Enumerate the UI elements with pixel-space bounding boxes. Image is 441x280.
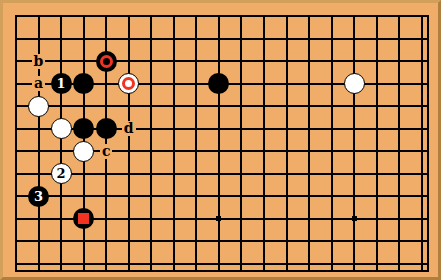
board-intersection xyxy=(411,50,434,73)
board-intersection xyxy=(5,208,28,231)
board-intersection xyxy=(140,163,163,186)
board-intersection xyxy=(343,140,366,163)
board-intersection: 3 xyxy=(27,185,50,208)
board-intersection xyxy=(343,208,366,231)
board-intersection xyxy=(163,50,186,73)
board-intersection xyxy=(163,5,186,28)
board-intersection: 1 xyxy=(50,72,73,95)
board-intersection xyxy=(208,208,231,231)
board-intersection xyxy=(411,72,434,95)
board-intersection xyxy=(140,27,163,50)
board-intersection xyxy=(163,27,186,50)
board-intersection xyxy=(230,72,253,95)
black-stone: 3 xyxy=(28,186,49,207)
board-intersection xyxy=(298,117,321,140)
board-intersection xyxy=(208,253,231,276)
board-intersection xyxy=(5,95,28,118)
board-intersection xyxy=(275,27,298,50)
board-intersection xyxy=(343,117,366,140)
board-intersection xyxy=(275,163,298,186)
board-intersection xyxy=(388,5,411,28)
board-intersection xyxy=(72,163,95,186)
board-intersection xyxy=(72,117,95,140)
board-intersection xyxy=(388,185,411,208)
board-intersection xyxy=(50,185,73,208)
board-intersection xyxy=(185,72,208,95)
board-intersection xyxy=(5,230,28,253)
board-intersection xyxy=(230,117,253,140)
board-intersection: c xyxy=(95,140,118,163)
board-intersection xyxy=(365,140,388,163)
board-intersection xyxy=(320,185,343,208)
board-intersection xyxy=(208,140,231,163)
board-intersection xyxy=(388,95,411,118)
board-intersection xyxy=(230,208,253,231)
board-intersection xyxy=(50,230,73,253)
board-intersection xyxy=(320,253,343,276)
board-intersection xyxy=(275,140,298,163)
board-intersection xyxy=(208,117,231,140)
board-intersection xyxy=(320,140,343,163)
board-intersection xyxy=(388,253,411,276)
board-intersection xyxy=(27,117,50,140)
black-stone xyxy=(96,118,117,139)
board-intersection xyxy=(185,95,208,118)
board-intersection xyxy=(365,163,388,186)
black-stone xyxy=(73,73,94,94)
board-intersection xyxy=(185,163,208,186)
board-intersection xyxy=(388,140,411,163)
go-diagram: ba1dc23 xyxy=(0,0,441,280)
board-intersection xyxy=(343,95,366,118)
board-intersection xyxy=(95,163,118,186)
board-intersection xyxy=(50,50,73,73)
board-intersection xyxy=(320,72,343,95)
board-intersection xyxy=(275,50,298,73)
board-intersection xyxy=(411,140,434,163)
board-intersection xyxy=(140,230,163,253)
board-intersection xyxy=(320,163,343,186)
board-intersection xyxy=(411,95,434,118)
board-intersection xyxy=(343,163,366,186)
board-intersection xyxy=(411,5,434,28)
board-intersection xyxy=(320,95,343,118)
board-intersection xyxy=(95,230,118,253)
board-intersection xyxy=(140,117,163,140)
board-intersection xyxy=(95,117,118,140)
board-intersection xyxy=(72,208,95,231)
board-intersection xyxy=(230,27,253,50)
board-intersection xyxy=(27,27,50,50)
board-intersection xyxy=(298,95,321,118)
board-intersection xyxy=(50,117,73,140)
board-intersection xyxy=(343,72,366,95)
board-intersection xyxy=(253,117,276,140)
board-intersection xyxy=(95,253,118,276)
board-intersection xyxy=(298,230,321,253)
board-intersection xyxy=(275,117,298,140)
board-intersection xyxy=(230,253,253,276)
white-stone xyxy=(73,141,94,162)
board-intersection xyxy=(5,163,28,186)
board-intersection xyxy=(117,140,140,163)
board-intersection xyxy=(230,95,253,118)
board-intersection xyxy=(320,230,343,253)
board-intersection xyxy=(298,185,321,208)
board-intersection xyxy=(163,95,186,118)
board-intersection xyxy=(27,208,50,231)
board-intersection xyxy=(253,95,276,118)
board-intersection xyxy=(253,27,276,50)
white-stone xyxy=(344,73,365,94)
board-intersection xyxy=(117,95,140,118)
board-intersection xyxy=(388,72,411,95)
board-intersection xyxy=(163,253,186,276)
board-intersection xyxy=(140,185,163,208)
black-stone: 1 xyxy=(51,73,72,94)
board-intersection: 2 xyxy=(50,163,73,186)
board-intersection xyxy=(275,95,298,118)
move-number: 2 xyxy=(57,167,66,180)
board-intersection xyxy=(253,5,276,28)
board-intersection xyxy=(27,230,50,253)
board-intersection xyxy=(95,50,118,73)
board-intersection xyxy=(388,27,411,50)
board-intersection xyxy=(5,140,28,163)
board-intersection xyxy=(411,163,434,186)
board-intersection xyxy=(185,27,208,50)
white-stone xyxy=(118,73,139,94)
board-intersection xyxy=(72,5,95,28)
board-intersection xyxy=(72,72,95,95)
board-intersection xyxy=(275,185,298,208)
board-intersection xyxy=(95,72,118,95)
board-intersection xyxy=(230,230,253,253)
board-intersection xyxy=(72,95,95,118)
board-intersection xyxy=(5,50,28,73)
board-intersection xyxy=(208,5,231,28)
circle-mark-icon xyxy=(122,77,135,90)
board-intersection xyxy=(208,95,231,118)
white-stone xyxy=(28,96,49,117)
board-intersection xyxy=(72,27,95,50)
black-stone xyxy=(73,208,94,229)
board-intersection xyxy=(27,5,50,28)
board-intersection xyxy=(365,95,388,118)
move-number: 3 xyxy=(34,190,43,203)
white-stone xyxy=(51,118,72,139)
board-intersection xyxy=(117,72,140,95)
board-intersection xyxy=(365,185,388,208)
board-intersection xyxy=(117,5,140,28)
board-intersection xyxy=(117,50,140,73)
board-intersection xyxy=(50,208,73,231)
board-intersection xyxy=(275,253,298,276)
board-intersection xyxy=(365,5,388,28)
board-intersection xyxy=(298,208,321,231)
board-intersection xyxy=(117,163,140,186)
board-intersection xyxy=(275,230,298,253)
board-intersection xyxy=(365,117,388,140)
move-number: 1 xyxy=(57,77,66,90)
point-label-d: d xyxy=(122,121,136,136)
board-intersection xyxy=(5,253,28,276)
board-intersection xyxy=(50,253,73,276)
black-stone xyxy=(96,51,117,72)
board-intersection xyxy=(50,95,73,118)
board-intersection xyxy=(185,253,208,276)
board-intersection xyxy=(275,72,298,95)
board-intersection xyxy=(140,5,163,28)
board-intersection xyxy=(298,253,321,276)
board-intersection xyxy=(117,27,140,50)
board-intersection xyxy=(117,253,140,276)
board-intersection xyxy=(320,50,343,73)
board-intersection xyxy=(365,50,388,73)
board-intersection xyxy=(253,208,276,231)
board-intersection xyxy=(185,117,208,140)
white-stone: 2 xyxy=(51,163,72,184)
board-intersection xyxy=(253,163,276,186)
board-intersection xyxy=(5,117,28,140)
board-intersection xyxy=(298,163,321,186)
board-intersection xyxy=(298,27,321,50)
board-intersection xyxy=(117,208,140,231)
board-intersection xyxy=(230,163,253,186)
point-label-a: a xyxy=(32,76,45,91)
board-intersection xyxy=(253,140,276,163)
board-intersection xyxy=(298,5,321,28)
board-intersection xyxy=(140,140,163,163)
star-point xyxy=(216,216,221,221)
board-intersection xyxy=(163,72,186,95)
star-point xyxy=(352,216,357,221)
board-intersection xyxy=(253,50,276,73)
board-intersection xyxy=(163,230,186,253)
board-intersection xyxy=(208,50,231,73)
board-intersection xyxy=(95,27,118,50)
board-intersection xyxy=(343,5,366,28)
board-intersection xyxy=(185,208,208,231)
board-intersection xyxy=(275,5,298,28)
black-stone xyxy=(73,118,94,139)
board-intersection: d xyxy=(117,117,140,140)
board-intersection xyxy=(411,230,434,253)
point-label-b: b xyxy=(32,54,46,69)
board-intersection xyxy=(72,50,95,73)
board-intersection xyxy=(185,5,208,28)
board-intersection xyxy=(388,117,411,140)
board-intersection xyxy=(365,253,388,276)
board-intersection xyxy=(275,208,298,231)
board-intersection xyxy=(5,185,28,208)
board-intersection xyxy=(253,72,276,95)
board-intersection xyxy=(230,50,253,73)
board-intersection xyxy=(411,208,434,231)
board-intersection xyxy=(365,208,388,231)
board-intersection xyxy=(27,253,50,276)
board-intersection xyxy=(5,5,28,28)
board-intersection xyxy=(208,185,231,208)
board-intersection: b xyxy=(27,50,50,73)
board-intersection xyxy=(230,140,253,163)
board-intersection xyxy=(320,117,343,140)
board-intersection xyxy=(320,208,343,231)
board-intersection xyxy=(253,185,276,208)
board-intersection xyxy=(163,117,186,140)
board-intersection xyxy=(163,140,186,163)
board-intersection xyxy=(365,72,388,95)
board-intersection xyxy=(50,27,73,50)
board-intersection xyxy=(320,5,343,28)
board-intersection xyxy=(50,140,73,163)
board-intersection xyxy=(27,163,50,186)
board-intersection xyxy=(365,27,388,50)
board-intersection xyxy=(72,253,95,276)
board-intersection xyxy=(72,185,95,208)
board-intersection xyxy=(388,163,411,186)
board-intersection xyxy=(163,185,186,208)
board-intersection xyxy=(388,50,411,73)
board-intersection xyxy=(140,50,163,73)
board-intersection xyxy=(72,230,95,253)
board-intersection xyxy=(253,253,276,276)
board-intersection xyxy=(320,27,343,50)
board-intersection xyxy=(343,27,366,50)
board-intersection xyxy=(411,27,434,50)
point-label-c: c xyxy=(100,144,113,159)
board-intersection xyxy=(208,27,231,50)
board-intersection xyxy=(411,253,434,276)
board-intersection xyxy=(411,117,434,140)
board-intersection xyxy=(208,230,231,253)
board-intersection xyxy=(50,5,73,28)
board-intersection xyxy=(298,140,321,163)
board-intersection xyxy=(230,185,253,208)
square-mark-icon xyxy=(78,213,89,224)
board-intersection xyxy=(117,185,140,208)
board-intersection xyxy=(140,95,163,118)
board-intersection xyxy=(343,50,366,73)
board-intersection xyxy=(343,185,366,208)
board-intersection xyxy=(140,72,163,95)
black-stone xyxy=(208,73,229,94)
board-intersection xyxy=(388,208,411,231)
board-intersection xyxy=(5,27,28,50)
board-intersection xyxy=(27,95,50,118)
board-intersection: a xyxy=(27,72,50,95)
board-intersection xyxy=(163,208,186,231)
board-intersection xyxy=(72,140,95,163)
board-intersection xyxy=(185,140,208,163)
board-intersection xyxy=(298,50,321,73)
board-intersection xyxy=(208,163,231,186)
board-intersection xyxy=(365,230,388,253)
board-intersection xyxy=(411,185,434,208)
board-intersection xyxy=(27,140,50,163)
board-intersection xyxy=(230,5,253,28)
board-intersection xyxy=(343,253,366,276)
board-intersection xyxy=(163,163,186,186)
board-intersection xyxy=(185,185,208,208)
board-intersection xyxy=(95,208,118,231)
circle-mark-icon xyxy=(100,55,113,68)
board-intersection xyxy=(343,230,366,253)
board-intersection xyxy=(388,230,411,253)
board-intersection xyxy=(140,253,163,276)
board-intersection xyxy=(185,230,208,253)
board-intersection xyxy=(140,208,163,231)
board-intersection xyxy=(208,72,231,95)
board-intersection xyxy=(95,95,118,118)
go-board-grid: ba1dc23 xyxy=(5,5,433,276)
board-intersection xyxy=(253,230,276,253)
board-intersection xyxy=(185,50,208,73)
board-intersection xyxy=(5,72,28,95)
board-intersection xyxy=(117,230,140,253)
board-intersection xyxy=(298,72,321,95)
board-intersection xyxy=(95,5,118,28)
board-intersection xyxy=(95,185,118,208)
